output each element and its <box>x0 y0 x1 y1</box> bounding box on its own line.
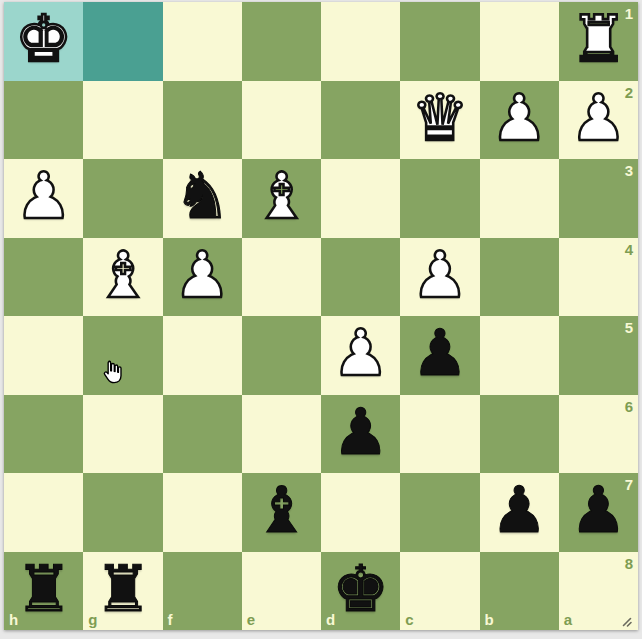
rank-label-8: 8 <box>625 556 633 571</box>
piece-black-rook-g8[interactable]: ♜ <box>94 557 151 621</box>
square-g6[interactable] <box>83 395 162 474</box>
square-e1[interactable] <box>242 2 321 81</box>
square-a3[interactable]: 3 <box>559 159 638 238</box>
rank-label-5: 5 <box>625 320 633 335</box>
square-a2[interactable]: 2♟ <box>559 81 638 160</box>
square-c5[interactable]: ♟ <box>400 316 479 395</box>
square-h4[interactable] <box>4 238 83 317</box>
piece-black-pawn-b7[interactable]: ♟ <box>490 478 547 542</box>
square-f5[interactable] <box>163 316 242 395</box>
piece-white-queen-c2[interactable]: ♛ <box>411 86 468 150</box>
board-resize-handle-icon[interactable] <box>618 613 633 628</box>
square-b7[interactable]: ♟ <box>480 473 559 552</box>
square-a4[interactable]: 4 <box>559 238 638 317</box>
piece-white-bishop-e3[interactable]: ♝ <box>253 164 310 228</box>
square-b5[interactable] <box>480 316 559 395</box>
square-h8[interactable]: h♜ <box>4 552 83 631</box>
piece-white-pawn-b2[interactable]: ♟ <box>490 86 547 150</box>
piece-black-king-d8[interactable]: ♚ <box>332 557 389 621</box>
square-b8[interactable]: b <box>480 552 559 631</box>
piece-black-knight-f3[interactable]: ♞ <box>173 164 230 228</box>
square-d2[interactable] <box>321 81 400 160</box>
file-label-a: a <box>564 612 572 627</box>
piece-white-king-h1[interactable]: ♚ <box>15 7 72 71</box>
square-e6[interactable] <box>242 395 321 474</box>
square-f1[interactable] <box>163 2 242 81</box>
piece-black-pawn-d6[interactable]: ♟ <box>332 400 389 464</box>
square-g8[interactable]: g♜ <box>83 552 162 631</box>
square-h6[interactable] <box>4 395 83 474</box>
square-a7[interactable]: 7♟ <box>559 473 638 552</box>
square-b4[interactable] <box>480 238 559 317</box>
square-b6[interactable] <box>480 395 559 474</box>
square-a5[interactable]: 5 <box>559 316 638 395</box>
square-d1[interactable] <box>321 2 400 81</box>
piece-white-rook-a1[interactable]: ♜ <box>570 7 627 71</box>
piece-black-pawn-c5[interactable]: ♟ <box>411 321 468 385</box>
piece-white-bishop-g4[interactable]: ♝ <box>94 243 151 307</box>
square-h1[interactable]: ♚ <box>4 2 83 81</box>
square-g2[interactable] <box>83 81 162 160</box>
rank-label-4: 4 <box>625 242 633 257</box>
square-c2[interactable]: ♛ <box>400 81 479 160</box>
square-g5[interactable] <box>83 316 162 395</box>
square-c8[interactable]: c <box>400 552 479 631</box>
rank-label-6: 6 <box>625 399 633 414</box>
piece-white-pawn-f4[interactable]: ♟ <box>173 243 230 307</box>
square-c1[interactable] <box>400 2 479 81</box>
square-d8[interactable]: d♚ <box>321 552 400 631</box>
square-d4[interactable] <box>321 238 400 317</box>
square-e3[interactable]: ♝ <box>242 159 321 238</box>
piece-black-rook-h8[interactable]: ♜ <box>15 557 72 621</box>
square-e8[interactable]: e <box>242 552 321 631</box>
square-d7[interactable] <box>321 473 400 552</box>
square-h3[interactable]: ♟ <box>4 159 83 238</box>
square-b3[interactable] <box>480 159 559 238</box>
square-c6[interactable] <box>400 395 479 474</box>
file-label-e: e <box>247 612 255 627</box>
square-b1[interactable] <box>480 2 559 81</box>
square-a1[interactable]: 1♜ <box>559 2 638 81</box>
square-f7[interactable] <box>163 473 242 552</box>
square-b2[interactable]: ♟ <box>480 81 559 160</box>
piece-white-pawn-d5[interactable]: ♟ <box>332 321 389 385</box>
square-a6[interactable]: 6 <box>559 395 638 474</box>
square-g1[interactable] <box>83 2 162 81</box>
piece-white-pawn-c4[interactable]: ♟ <box>411 243 468 307</box>
file-label-c: c <box>405 612 413 627</box>
square-e5[interactable] <box>242 316 321 395</box>
square-c4[interactable]: ♟ <box>400 238 479 317</box>
square-h7[interactable] <box>4 473 83 552</box>
square-h2[interactable] <box>4 81 83 160</box>
rank-label-3: 3 <box>625 163 633 178</box>
square-e7[interactable]: ♝ <box>242 473 321 552</box>
square-d6[interactable]: ♟ <box>321 395 400 474</box>
square-e4[interactable] <box>242 238 321 317</box>
square-g3[interactable] <box>83 159 162 238</box>
square-g4[interactable]: ♝ <box>83 238 162 317</box>
piece-black-bishop-e7[interactable]: ♝ <box>253 478 310 542</box>
square-f6[interactable] <box>163 395 242 474</box>
square-c3[interactable] <box>400 159 479 238</box>
file-label-b: b <box>485 612 494 627</box>
chess-board: ♚1♜♛♟2♟♟♞♝3♝♟♟4♟♟5♟6♝♟7♟h♜g♜fed♚cb8a <box>4 2 638 630</box>
piece-black-pawn-a7[interactable]: ♟ <box>570 478 627 542</box>
piece-white-pawn-h3[interactable]: ♟ <box>15 164 72 228</box>
square-h5[interactable] <box>4 316 83 395</box>
square-f8[interactable]: f <box>163 552 242 631</box>
square-g7[interactable] <box>83 473 162 552</box>
square-f3[interactable]: ♞ <box>163 159 242 238</box>
square-f4[interactable]: ♟ <box>163 238 242 317</box>
file-label-f: f <box>168 612 173 627</box>
square-e2[interactable] <box>242 81 321 160</box>
square-c7[interactable] <box>400 473 479 552</box>
square-d3[interactable] <box>321 159 400 238</box>
square-d5[interactable]: ♟ <box>321 316 400 395</box>
square-f2[interactable] <box>163 81 242 160</box>
piece-white-pawn-a2[interactable]: ♟ <box>570 86 627 150</box>
chess-app-window: ♚1♜♛♟2♟♟♞♝3♝♟♟4♟♟5♟6♝♟7♟h♜g♜fed♚cb8a <box>0 0 642 639</box>
